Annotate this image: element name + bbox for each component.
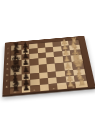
rank-label-5: 5	[5, 68, 9, 71]
square-h2: ♟	[66, 82, 76, 89]
rank-label-6: 6	[5, 73, 9, 76]
scene: ♜♟♟♜♞♟♟♞♝♟♟♝♛♟♟♛♚♟♟♚♝♟♟♝♞♟♟♞♜♟♟♜ abcdefg…	[0, 16, 95, 119]
white-pawn-h2: ♟	[67, 80, 75, 89]
chess-board: ♜♟♟♜♞♟♟♞♝♟♟♝♛♟♟♛♚♟♟♚♝♟♟♝♞♟♟♞♜♟♟♜ abcdefg…	[2, 36, 95, 95]
rank-label-1: 1	[6, 47, 9, 50]
perspective-container: ♜♟♟♜♞♟♟♞♝♟♟♝♛♟♟♛♚♟♟♚♝♟♟♝♞♟♟♞♜♟♟♜ abcdefg…	[0, 16, 95, 110]
file-label-f: f	[61, 86, 66, 89]
rank-label-8: 8	[5, 85, 9, 88]
square-h8: ♜	[10, 86, 22, 93]
rank-label-7: 7	[5, 79, 9, 82]
board-squares: ♜♟♟♜♞♟♟♞♝♟♟♝♛♟♟♛♚♟♟♚♝♟♟♝♞♟♟♞♜♟♟♜	[10, 40, 87, 90]
black-rook-h8: ♜	[11, 83, 20, 93]
square-f4	[47, 71, 56, 78]
black-pawn-h7: ♟	[22, 84, 30, 93]
chess-set-photo: ♜♟♟♜♞♟♟♞♝♟♟♝♛♟♟♛♚♟♟♚♝♟♟♝♞♟♟♞♜♟♟♜ abcdefg…	[0, 0, 95, 126]
square-h7: ♟	[22, 86, 31, 93]
white-rook-h1: ♜	[77, 78, 86, 88]
rank-label-2: 2	[6, 52, 9, 55]
